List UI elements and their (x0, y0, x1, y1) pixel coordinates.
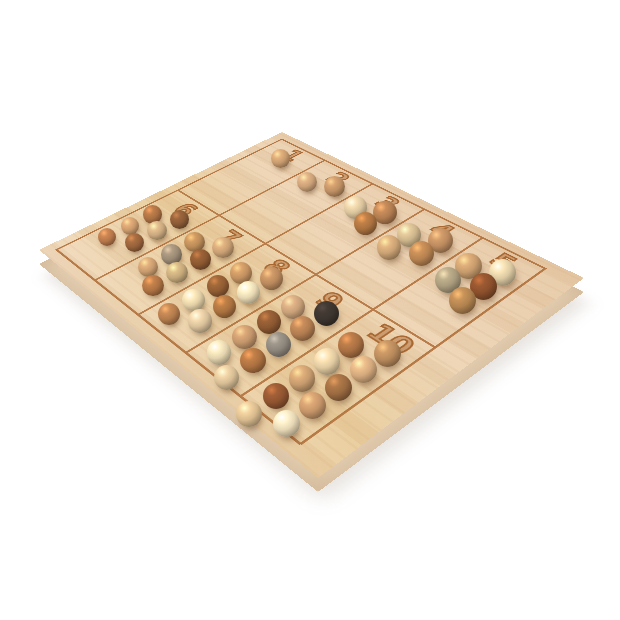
wooden-bead[interactable] (449, 287, 476, 314)
dark-bead[interactable] (314, 301, 339, 326)
wooden-bead[interactable] (271, 149, 290, 168)
wooden-bead[interactable] (257, 310, 281, 334)
wooden-bead[interactable] (314, 348, 340, 374)
wooden-bead[interactable] (98, 228, 116, 246)
wooden-bead[interactable] (373, 201, 396, 224)
wooden-bead[interactable] (170, 210, 189, 229)
wooden-bead[interactable] (207, 275, 229, 297)
wooden-bead[interactable] (377, 235, 401, 259)
wooden-bead[interactable] (290, 316, 315, 341)
wooden-bead[interactable] (237, 281, 260, 304)
wooden-bead[interactable] (299, 392, 326, 419)
wooden-bead[interactable] (188, 309, 211, 332)
wooden-bead[interactable] (354, 212, 377, 235)
wooden-bead[interactable] (263, 383, 289, 409)
wooden-bead[interactable] (147, 221, 166, 240)
wooden-bead[interactable] (182, 289, 204, 311)
wooden-bead[interactable] (212, 237, 233, 258)
wooden-bead[interactable] (190, 249, 211, 270)
wooden-bead[interactable] (374, 340, 401, 367)
wooden-bead[interactable] (236, 401, 262, 427)
wooden-bead[interactable] (232, 325, 256, 349)
wooden-bead[interactable] (338, 332, 364, 358)
wooden-bead[interactable] (158, 303, 180, 325)
wooden-bead[interactable] (266, 332, 291, 357)
beads-layer (0, 0, 620, 620)
wooden-bead[interactable] (138, 257, 158, 277)
wooden-bead[interactable] (125, 233, 144, 252)
wooden-bead[interactable] (166, 262, 187, 283)
wooden-bead[interactable] (207, 340, 231, 364)
wooden-bead[interactable] (325, 374, 352, 401)
wooden-bead[interactable] (350, 356, 377, 383)
wooden-bead[interactable] (409, 241, 434, 266)
wooden-bead[interactable] (213, 295, 236, 318)
photo-scene: 1 2 3 4 5 6 7 8 9 10 (0, 0, 620, 620)
wooden-bead[interactable] (289, 365, 315, 391)
wooden-bead[interactable] (273, 410, 300, 437)
wooden-bead[interactable] (121, 217, 139, 235)
wooden-bead[interactable] (260, 267, 283, 290)
wooden-bead[interactable] (214, 365, 239, 390)
wooden-bead[interactable] (142, 275, 163, 296)
wooden-bead[interactable] (297, 172, 317, 192)
wooden-bead[interactable] (324, 176, 345, 197)
wooden-bead[interactable] (240, 348, 265, 373)
